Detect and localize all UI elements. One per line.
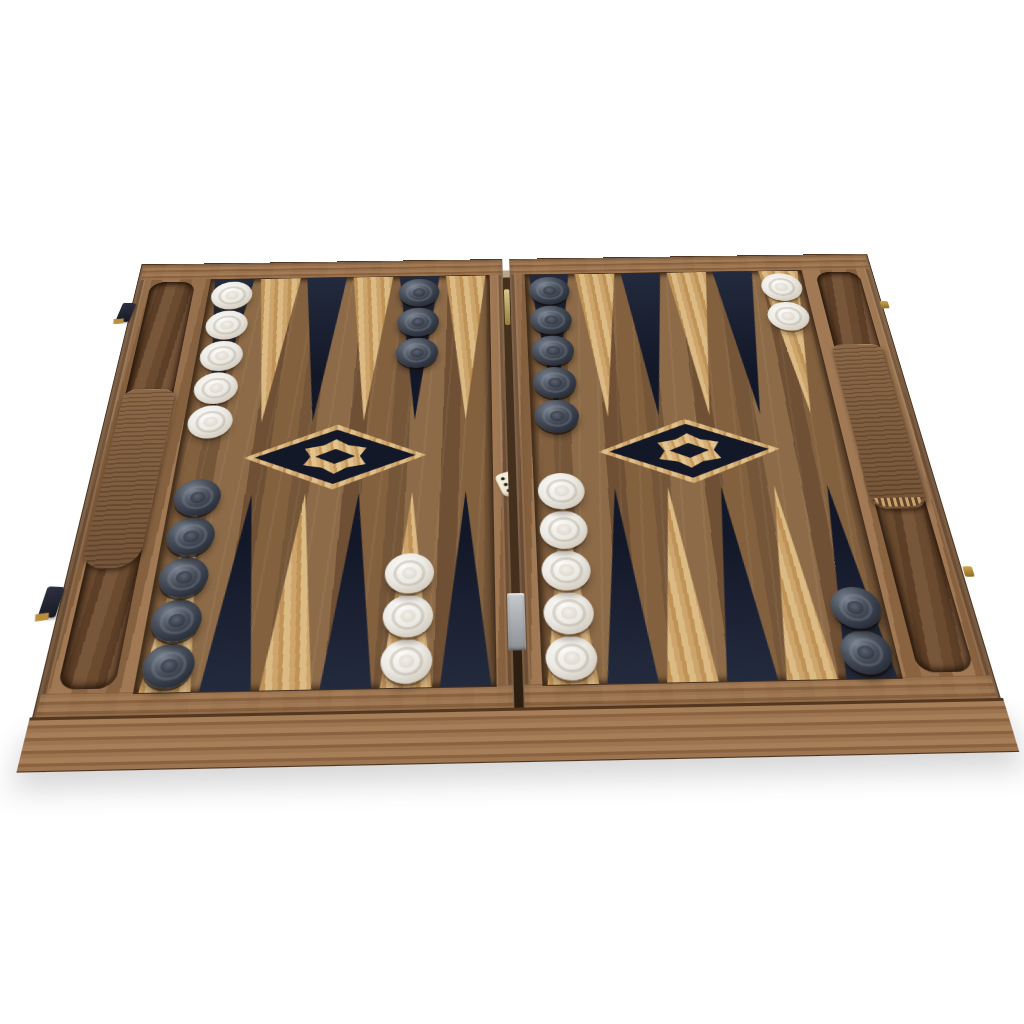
point-8[interactable] [375, 486, 439, 688]
board-left-half [31, 259, 517, 722]
photo-canvas [0, 0, 1024, 1024]
point-17[interactable] [389, 276, 443, 425]
quadrant-top-left [184, 275, 492, 428]
backgammon-case [19, 254, 1016, 771]
black-checker[interactable] [163, 517, 218, 556]
field-left [133, 275, 497, 694]
black-checker[interactable] [826, 586, 886, 629]
oak-point-triangle [440, 275, 491, 424]
white-checker[interactable] [185, 405, 235, 439]
die-pip [500, 477, 505, 481]
brass-hook-upper [880, 301, 890, 308]
stack-point-8 [379, 553, 434, 684]
black-checker[interactable] [528, 277, 570, 305]
white-checker[interactable] [379, 639, 432, 684]
white-checker[interactable] [382, 595, 434, 638]
white-checker[interactable] [197, 341, 245, 372]
black-checker[interactable] [531, 335, 575, 366]
case-latch-upper[interactable] [115, 303, 136, 322]
white-checker[interactable] [543, 592, 596, 635]
point-18[interactable] [440, 275, 491, 424]
point-7[interactable] [436, 485, 496, 687]
black-checker[interactable] [147, 599, 205, 642]
case-latch-lower[interactable] [38, 586, 65, 617]
board-right-half [507, 254, 1001, 712]
white-checker[interactable] [541, 550, 592, 591]
white-checker[interactable] [203, 310, 250, 340]
black-checker[interactable] [397, 307, 440, 336]
black-checker[interactable] [530, 305, 573, 334]
white-checker[interactable] [537, 473, 586, 510]
black-checker[interactable] [836, 630, 897, 675]
brass-hook-lower [962, 566, 975, 577]
black-checker[interactable] [534, 399, 580, 433]
diamond-motif-right [596, 417, 787, 484]
black-checker[interactable] [171, 479, 224, 516]
white-checker[interactable] [209, 281, 255, 309]
quadrant-bottom-right [535, 479, 902, 685]
black-checker[interactable] [395, 337, 439, 368]
hinge-pin-top [504, 289, 510, 325]
white-checker[interactable] [384, 553, 434, 594]
quadrant-top-right [525, 271, 837, 423]
quadrant-bottom-left [134, 485, 495, 693]
stack-point-17 [395, 279, 440, 369]
black-checker[interactable] [398, 279, 440, 307]
black-checker[interactable] [156, 557, 212, 598]
white-checker[interactable] [765, 302, 813, 331]
hinge-bottom [507, 593, 526, 651]
black-checker[interactable] [533, 367, 578, 399]
black-checker[interactable] [139, 643, 199, 689]
stack-point-24 [758, 273, 812, 331]
white-checker[interactable] [758, 273, 805, 301]
diamond-motif-left [239, 423, 427, 491]
white-checker[interactable] [545, 636, 599, 681]
white-checker[interactable] [191, 372, 240, 404]
navy-point-triangle [436, 485, 496, 687]
white-checker[interactable] [539, 510, 589, 549]
